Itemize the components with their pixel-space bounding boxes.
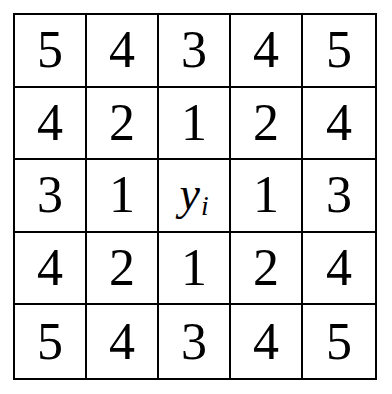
grid-cell-r4c3: 1 bbox=[159, 233, 231, 306]
grid-cell-r3c5: 3 bbox=[303, 160, 375, 233]
grid-cell-r2c1: 4 bbox=[15, 88, 87, 161]
grid-cell-r2c4: 2 bbox=[231, 88, 303, 161]
grid-cell-r1c3: 3 bbox=[159, 15, 231, 88]
center-variable-subscript: i bbox=[201, 190, 209, 221]
grid-cell-r5c4: 4 bbox=[231, 305, 303, 378]
number-grid-board: 5 4 3 4 5 4 2 1 2 4 3 1 yi 1 3 4 2 1 2 4… bbox=[13, 13, 377, 380]
grid-cell-r4c5: 4 bbox=[303, 233, 375, 306]
grid-cell-r1c1: 5 bbox=[15, 15, 87, 88]
grid-cell-r1c2: 4 bbox=[87, 15, 159, 88]
grid-cell-r2c3: 1 bbox=[159, 88, 231, 161]
grid-cell-r3c4: 1 bbox=[231, 160, 303, 233]
grid-cell-r1c5: 5 bbox=[303, 15, 375, 88]
grid-cell-r4c1: 4 bbox=[15, 233, 87, 306]
grid-cell-r5c2: 4 bbox=[87, 305, 159, 378]
grid-cell-r3c2: 1 bbox=[87, 160, 159, 233]
grid-cell-r2c5: 4 bbox=[303, 88, 375, 161]
grid-cell-r3c1: 3 bbox=[15, 160, 87, 233]
grid-cell-center: yi bbox=[159, 160, 231, 233]
grid-cell-r4c4: 2 bbox=[231, 233, 303, 306]
grid-cell-r2c2: 2 bbox=[87, 88, 159, 161]
grid-cell-r5c5: 5 bbox=[303, 305, 375, 378]
grid-cell-r5c1: 5 bbox=[15, 305, 87, 378]
center-variable: yi bbox=[179, 171, 208, 220]
center-variable-base: y bbox=[179, 168, 199, 219]
grid-cell-r5c3: 3 bbox=[159, 305, 231, 378]
grid-cell-r4c2: 2 bbox=[87, 233, 159, 306]
grid-cell-r1c4: 4 bbox=[231, 15, 303, 88]
